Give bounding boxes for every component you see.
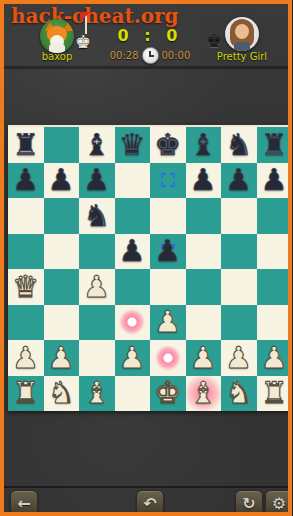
piece-white-rook[interactable]: ♜ — [12, 378, 39, 408]
square-a6[interactable] — [8, 198, 44, 234]
square-c1[interactable]: ♝ — [79, 376, 115, 412]
left-player-time: 00:28 — [110, 50, 139, 61]
square-g6[interactable] — [221, 198, 257, 234]
square-e1[interactable]: ♚ — [150, 376, 186, 412]
square-d3[interactable] — [115, 305, 151, 341]
square-b3[interactable] — [44, 305, 80, 341]
square-e8[interactable]: ♚ — [150, 127, 186, 163]
square-g3[interactable] — [221, 305, 257, 341]
square-b4[interactable] — [44, 269, 80, 305]
piece-white-knight[interactable]: ♞ — [225, 378, 252, 408]
back-icon: ← — [17, 494, 30, 513]
square-a8[interactable]: ♜ — [8, 127, 44, 163]
square-b1[interactable]: ♞ — [44, 376, 80, 412]
square-h5[interactable] — [257, 234, 293, 270]
square-e2[interactable] — [150, 340, 186, 376]
square-f3[interactable] — [186, 305, 222, 341]
hint-move-dot[interactable] — [155, 345, 181, 371]
piece-black-king[interactable]: ♚ — [154, 130, 181, 160]
piece-black-pawn[interactable]: ♟ — [225, 165, 252, 195]
square-g2[interactable]: ♟ — [221, 340, 257, 376]
piece-white-pawn[interactable]: ♟ — [48, 343, 75, 373]
undo-icon: ↶ — [143, 494, 156, 513]
piece-black-rook[interactable]: ♜ — [261, 130, 288, 160]
square-b8[interactable] — [44, 127, 80, 163]
square-a1[interactable]: ♜ — [8, 376, 44, 412]
square-e7[interactable] — [150, 163, 186, 199]
square-g5[interactable] — [221, 234, 257, 270]
square-a3[interactable] — [8, 305, 44, 341]
black-king-side-icon: ♚ — [206, 32, 222, 50]
square-d5[interactable]: ♟ — [115, 234, 151, 270]
piece-black-bishop[interactable]: ♝ — [190, 130, 217, 160]
piece-black-pawn[interactable]: ♟ — [83, 165, 110, 195]
square-b6[interactable] — [44, 198, 80, 234]
piece-white-bishop[interactable]: ♝ — [190, 378, 217, 408]
settings-button[interactable]: ⚙ — [265, 490, 292, 516]
back-button[interactable]: ← — [10, 490, 38, 516]
square-d7[interactable] — [115, 163, 151, 199]
square-h4[interactable] — [257, 269, 293, 305]
square-c4[interactable]: ♟ — [79, 269, 115, 305]
square-e3[interactable]: ♟ — [150, 305, 186, 341]
square-d6[interactable] — [115, 198, 151, 234]
piece-white-pawn[interactable]: ♟ — [119, 343, 146, 373]
square-h8[interactable]: ♜ — [257, 127, 293, 163]
square-f7[interactable]: ♟ — [186, 163, 222, 199]
square-e5[interactable]: ♟ — [150, 234, 186, 270]
square-b7[interactable]: ♟ — [44, 163, 80, 199]
square-c2[interactable] — [79, 340, 115, 376]
square-c3[interactable] — [79, 305, 115, 341]
toolbar-divider — [4, 486, 288, 488]
white-king-side-icon: ♚ — [75, 33, 91, 51]
piece-black-knight[interactable]: ♞ — [83, 201, 110, 231]
piece-white-pawn[interactable]: ♟ — [261, 343, 288, 373]
square-g7[interactable]: ♟ — [221, 163, 257, 199]
square-d4[interactable] — [115, 269, 151, 305]
square-h7[interactable]: ♟ — [257, 163, 293, 199]
chess-board: ♜♝♛♚♝♞♜♟♟♟♟♟♟♞♟♟♛♟♟♟♟♟♟♟♟♜♞♝♚♝♞♜ — [8, 125, 292, 411]
clock-icon — [142, 47, 159, 64]
square-f8[interactable]: ♝ — [186, 127, 222, 163]
square-d8[interactable]: ♛ — [115, 127, 151, 163]
square-e6[interactable] — [150, 198, 186, 234]
square-f2[interactable]: ♟ — [186, 340, 222, 376]
square-g4[interactable] — [221, 269, 257, 305]
square-c7[interactable]: ♟ — [79, 163, 115, 199]
piece-white-pawn[interactable]: ♟ — [83, 272, 110, 302]
piece-black-pawn[interactable]: ♟ — [12, 165, 39, 195]
piece-black-pawn[interactable]: ♟ — [261, 165, 288, 195]
chess-app-window: hack-cheat.org baxop ♚ 0 : 0 00:28 00:00… — [0, 0, 292, 516]
header-divider — [4, 66, 288, 69]
piece-black-pawn[interactable]: ♟ — [154, 236, 181, 266]
right-player-time: 00:00 — [162, 50, 191, 61]
square-b5[interactable] — [44, 234, 80, 270]
square-h3[interactable] — [257, 305, 293, 341]
rotate-board-button[interactable]: ↻ — [235, 490, 263, 516]
gear-icon: ⚙ — [272, 494, 286, 513]
square-f6[interactable] — [186, 198, 222, 234]
piece-black-rook[interactable]: ♜ — [12, 130, 39, 160]
piece-white-pawn[interactable]: ♟ — [154, 307, 181, 337]
square-c8[interactable]: ♝ — [79, 127, 115, 163]
score-display: 0 : 0 — [100, 26, 200, 45]
piece-black-bishop[interactable]: ♝ — [83, 130, 110, 160]
left-player-name: baxop — [23, 51, 91, 62]
piece-white-knight[interactable]: ♞ — [48, 378, 75, 408]
square-d2[interactable]: ♟ — [115, 340, 151, 376]
square-a2[interactable]: ♟ — [8, 340, 44, 376]
piece-white-queen[interactable]: ♛ — [12, 272, 39, 302]
square-b2[interactable]: ♟ — [44, 340, 80, 376]
avatar-right-player[interactable] — [225, 17, 259, 51]
undo-button[interactable]: ↶ — [136, 490, 164, 516]
piece-black-pawn[interactable]: ♟ — [48, 165, 75, 195]
square-f4[interactable] — [186, 269, 222, 305]
piece-white-pawn[interactable]: ♟ — [190, 343, 217, 373]
piece-white-king[interactable]: ♚ — [154, 378, 181, 408]
square-a4[interactable]: ♛ — [8, 269, 44, 305]
avatar-left-player[interactable] — [40, 19, 74, 53]
square-c6[interactable]: ♞ — [79, 198, 115, 234]
square-h1[interactable]: ♜ — [257, 376, 293, 412]
right-player-name: Pretty Girl — [206, 51, 278, 62]
watermark-site-label: hack-cheat.org — [11, 4, 179, 28]
square-d1[interactable] — [115, 376, 151, 412]
piece-black-knight[interactable]: ♞ — [225, 130, 252, 160]
square-g8[interactable]: ♞ — [221, 127, 257, 163]
piece-white-bishop[interactable]: ♝ — [83, 378, 110, 408]
square-e4[interactable] — [150, 269, 186, 305]
square-g1[interactable]: ♞ — [221, 376, 257, 412]
square-h6[interactable] — [257, 198, 293, 234]
piece-black-pawn[interactable]: ♟ — [119, 236, 146, 266]
square-a7[interactable]: ♟ — [8, 163, 44, 199]
square-f5[interactable] — [186, 234, 222, 270]
clock-row: 00:28 00:00 — [96, 47, 204, 64]
square-c5[interactable] — [79, 234, 115, 270]
square-h2[interactable]: ♟ — [257, 340, 293, 376]
piece-white-rook[interactable]: ♜ — [261, 378, 288, 408]
rotate-icon: ↻ — [242, 494, 255, 513]
hint-move-dot[interactable] — [119, 309, 145, 335]
square-a5[interactable] — [8, 234, 44, 270]
last-move-from-marker — [161, 173, 175, 187]
square-f1[interactable]: ♝ — [186, 376, 222, 412]
piece-black-pawn[interactable]: ♟ — [190, 165, 217, 195]
piece-white-pawn[interactable]: ♟ — [225, 343, 252, 373]
piece-white-pawn[interactable]: ♟ — [12, 343, 39, 373]
piece-black-queen[interactable]: ♛ — [119, 130, 146, 160]
